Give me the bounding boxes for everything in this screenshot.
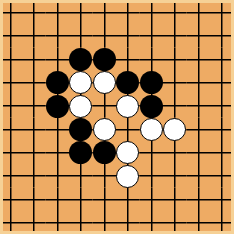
white-stone	[93, 71, 116, 94]
intersection-c8-r5[interactable]	[163, 94, 187, 117]
intersection-c3-r1[interactable]	[46, 3, 70, 24]
intersection-c5-r3[interactable]	[93, 48, 117, 71]
intersection-c7-r4[interactable]	[140, 71, 164, 94]
intersection-c10-r5[interactable]	[210, 94, 231, 117]
black-stone	[140, 95, 163, 118]
intersection-c10-r9[interactable]	[210, 188, 231, 211]
intersection-c3-r5[interactable]	[46, 94, 70, 117]
intersection-c5-r4[interactable]	[93, 71, 117, 94]
white-stone	[69, 95, 92, 118]
intersection-c6-r1[interactable]	[116, 3, 140, 24]
black-stone	[140, 71, 163, 94]
intersection-c3-r8[interactable]	[46, 164, 70, 187]
intersection-c3-r9[interactable]	[46, 188, 70, 211]
intersection-c10-r8[interactable]	[210, 164, 231, 187]
intersection-c4-r5[interactable]	[69, 94, 93, 117]
intersection-c8-r9[interactable]	[163, 188, 187, 211]
intersection-c8-r3[interactable]	[163, 48, 187, 71]
intersection-c10-r7[interactable]	[210, 141, 231, 164]
intersection-c6-r6[interactable]	[116, 118, 140, 141]
intersection-c7-r8[interactable]	[140, 164, 164, 187]
intersection-c4-r9[interactable]	[69, 188, 93, 211]
intersection-c10-r1[interactable]	[210, 3, 231, 24]
intersection-c5-r6[interactable]	[93, 118, 117, 141]
intersection-c1-r4[interactable]	[3, 71, 22, 94]
intersection-c6-r4[interactable]	[116, 71, 140, 94]
intersection-c7-r3[interactable]	[140, 48, 164, 71]
intersection-c4-r7[interactable]	[69, 141, 93, 164]
intersection-c4-r6[interactable]	[69, 118, 93, 141]
intersection-c5-r7[interactable]	[93, 141, 117, 164]
intersection-c9-r9[interactable]	[187, 188, 211, 211]
intersection-c5-r8[interactable]	[93, 164, 117, 187]
intersection-c4-r8[interactable]	[69, 164, 93, 187]
black-stone	[93, 141, 116, 164]
intersection-c2-r5[interactable]	[22, 94, 46, 117]
go-board	[3, 3, 231, 231]
intersection-c5-r2[interactable]	[93, 24, 117, 47]
intersection-c1-r3[interactable]	[3, 48, 22, 71]
intersection-c6-r8[interactable]	[116, 164, 140, 187]
intersection-c8-r10[interactable]	[163, 211, 187, 231]
intersection-c9-r8[interactable]	[187, 164, 211, 187]
intersection-c9-r7[interactable]	[187, 141, 211, 164]
black-stone	[69, 48, 92, 71]
intersection-c1-r1[interactable]	[3, 3, 22, 24]
intersection-c8-r8[interactable]	[163, 164, 187, 187]
intersection-c10-r10[interactable]	[210, 211, 231, 231]
intersection-c4-r3[interactable]	[69, 48, 93, 71]
white-stone	[116, 95, 139, 118]
intersection-c1-r8[interactable]	[3, 164, 22, 187]
intersection-c2-r1[interactable]	[22, 3, 46, 24]
intersection-c4-r2[interactable]	[69, 24, 93, 47]
intersection-c1-r5[interactable]	[3, 94, 22, 117]
black-stone	[69, 141, 92, 164]
white-stone	[116, 141, 139, 164]
white-stone	[69, 71, 92, 94]
intersection-c9-r2[interactable]	[187, 24, 211, 47]
intersection-c3-r2[interactable]	[46, 24, 70, 47]
intersection-c10-r2[interactable]	[210, 24, 231, 47]
intersection-c8-r2[interactable]	[163, 24, 187, 47]
intersection-c7-r5[interactable]	[140, 94, 164, 117]
intersection-c2-r2[interactable]	[22, 24, 46, 47]
intersection-c2-r3[interactable]	[22, 48, 46, 71]
intersection-c9-r5[interactable]	[187, 94, 211, 117]
intersection-c9-r10[interactable]	[187, 211, 211, 231]
white-stone	[116, 165, 139, 188]
intersection-c4-r1[interactable]	[69, 3, 93, 24]
intersection-c3-r7[interactable]	[46, 141, 70, 164]
intersection-c10-r6[interactable]	[210, 118, 231, 141]
black-stone	[93, 48, 116, 71]
intersection-c3-r6[interactable]	[46, 118, 70, 141]
intersection-c9-r1[interactable]	[187, 3, 211, 24]
white-stone	[140, 118, 163, 141]
intersection-c5-r5[interactable]	[93, 94, 117, 117]
intersection-c5-r10[interactable]	[93, 211, 117, 231]
go-diagram	[0, 0, 234, 234]
intersection-c8-r4[interactable]	[163, 71, 187, 94]
intersection-c10-r4[interactable]	[210, 71, 231, 94]
intersection-c5-r1[interactable]	[93, 3, 117, 24]
intersection-c6-r10[interactable]	[116, 211, 140, 231]
intersection-c3-r10[interactable]	[46, 211, 70, 231]
black-stone	[46, 95, 69, 118]
intersection-c7-r7[interactable]	[140, 141, 164, 164]
white-stone	[93, 118, 116, 141]
intersection-c2-r4[interactable]	[22, 71, 46, 94]
intersection-c1-r10[interactable]	[3, 211, 22, 231]
intersection-c10-r3[interactable]	[210, 48, 231, 71]
intersection-c8-r6[interactable]	[163, 118, 187, 141]
intersection-c6-r3[interactable]	[116, 48, 140, 71]
intersection-c7-r10[interactable]	[140, 211, 164, 231]
intersection-c6-r9[interactable]	[116, 188, 140, 211]
intersection-c3-r3[interactable]	[46, 48, 70, 71]
black-stone	[46, 71, 69, 94]
intersection-c5-r9[interactable]	[93, 188, 117, 211]
intersection-c7-r2[interactable]	[140, 24, 164, 47]
intersection-c4-r10[interactable]	[69, 211, 93, 231]
intersection-c6-r7[interactable]	[116, 141, 140, 164]
intersection-c9-r3[interactable]	[187, 48, 211, 71]
intersection-c7-r9[interactable]	[140, 188, 164, 211]
intersection-c1-r9[interactable]	[3, 188, 22, 211]
intersection-c2-r9[interactable]	[22, 188, 46, 211]
white-stone	[163, 118, 186, 141]
intersection-c8-r1[interactable]	[163, 3, 187, 24]
intersection-c6-r5[interactable]	[116, 94, 140, 117]
intersection-c6-r2[interactable]	[116, 24, 140, 47]
intersection-c9-r6[interactable]	[187, 118, 211, 141]
intersection-c4-r4[interactable]	[69, 71, 93, 94]
intersection-c3-r4[interactable]	[46, 71, 70, 94]
intersection-c1-r6[interactable]	[3, 118, 22, 141]
intersection-c2-r8[interactable]	[22, 164, 46, 187]
black-stone	[69, 118, 92, 141]
intersection-c8-r7[interactable]	[163, 141, 187, 164]
intersection-c2-r10[interactable]	[22, 211, 46, 231]
intersection-c1-r7[interactable]	[3, 141, 22, 164]
intersection-c7-r6[interactable]	[140, 118, 164, 141]
intersection-c2-r7[interactable]	[22, 141, 46, 164]
intersection-c9-r4[interactable]	[187, 71, 211, 94]
black-stone	[116, 71, 139, 94]
intersection-c1-r2[interactable]	[3, 24, 22, 47]
intersection-c2-r6[interactable]	[22, 118, 46, 141]
board-grid	[3, 3, 231, 231]
intersection-c7-r1[interactable]	[140, 3, 164, 24]
